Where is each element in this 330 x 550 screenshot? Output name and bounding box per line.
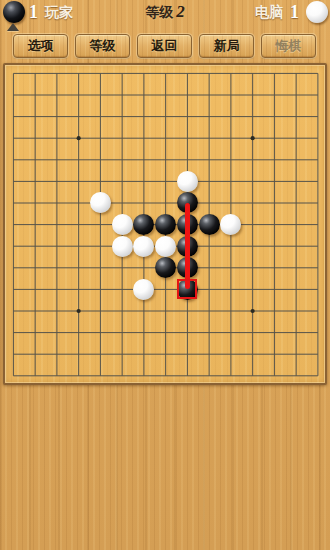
computer-score: 1 [290,1,299,23]
intersection[interactable] [68,279,90,301]
intersection[interactable] [111,279,133,301]
intersection[interactable] [111,257,133,279]
player-label: 玩家 [45,1,73,23]
intersection [111,214,133,236]
intersection[interactable] [285,192,307,214]
intersection[interactable] [177,322,199,344]
intersection[interactable] [220,149,242,171]
white-stone [112,214,133,235]
intersection[interactable] [111,192,133,214]
intersection[interactable] [242,171,264,193]
intersection[interactable] [68,214,90,236]
intersection [133,214,155,236]
white-stone [133,279,154,300]
white-stone [133,236,154,257]
intersection[interactable] [285,171,307,193]
last-move-marker [177,279,197,299]
intersection[interactable] [307,365,329,387]
intersection[interactable] [3,171,25,193]
intersection[interactable] [177,300,199,322]
intersection[interactable] [155,365,177,387]
intersection[interactable] [264,63,286,85]
intersection[interactable] [90,300,112,322]
intersection[interactable] [68,84,90,106]
intersection[interactable] [68,171,90,193]
intersection[interactable] [133,63,155,85]
intersection[interactable] [198,63,220,85]
intersection[interactable] [198,106,220,128]
intersection[interactable] [220,171,242,193]
game-screen: 1 玩家 等级2 电脑 1 选项 等级 返回 新局 悔棋 [0,0,330,550]
intersection[interactable] [285,63,307,85]
intersection[interactable] [90,84,112,106]
intersection[interactable] [90,343,112,365]
intersection[interactable] [24,300,46,322]
intersection[interactable] [264,192,286,214]
options-button[interactable]: 选项 [13,34,68,58]
white-stone [112,236,133,257]
player-score: 1 [29,1,38,23]
intersection[interactable] [220,343,242,365]
level-label: 等级 [145,4,173,20]
intersection[interactable] [242,257,264,279]
intersection[interactable] [46,84,68,106]
intersection[interactable] [198,192,220,214]
intersection[interactable] [46,235,68,257]
intersection[interactable] [24,214,46,236]
intersection[interactable] [46,257,68,279]
intersection[interactable] [198,257,220,279]
intersection[interactable] [3,257,25,279]
intersection[interactable] [90,63,112,85]
intersection[interactable] [90,235,112,257]
intersection[interactable] [285,235,307,257]
intersection[interactable] [264,300,286,322]
white-stone [220,214,241,235]
intersection[interactable] [46,63,68,85]
intersection[interactable] [220,257,242,279]
intersection[interactable] [285,300,307,322]
gomoku-board [3,63,327,385]
intersection[interactable] [242,149,264,171]
intersection[interactable] [177,365,199,387]
intersection[interactable] [68,300,90,322]
intersection[interactable] [133,343,155,365]
intersection[interactable] [285,127,307,149]
intersection[interactable] [198,322,220,344]
intersection[interactable] [220,192,242,214]
intersection[interactable] [177,106,199,128]
intersection[interactable] [177,127,199,149]
intersection[interactable] [198,171,220,193]
intersection[interactable] [3,322,25,344]
intersection[interactable] [24,149,46,171]
computer-group: 电脑 1 [255,1,328,23]
intersection[interactable] [46,279,68,301]
intersection[interactable] [90,257,112,279]
black-stone [155,257,176,278]
intersection[interactable] [242,192,264,214]
intersection [133,235,155,257]
intersection[interactable] [220,279,242,301]
intersection[interactable] [3,63,25,85]
intersection[interactable] [155,322,177,344]
intersection[interactable] [307,192,329,214]
intersection [111,235,133,257]
intersection[interactable] [133,149,155,171]
intersection[interactable] [46,343,68,365]
white-stone [177,171,198,192]
intersection[interactable] [155,192,177,214]
undo-button[interactable]: 悔棋 [261,34,316,58]
intersection[interactable] [264,235,286,257]
intersection[interactable] [264,171,286,193]
intersection[interactable] [111,63,133,85]
intersection[interactable] [24,279,46,301]
intersection[interactable] [90,322,112,344]
intersection[interactable] [242,300,264,322]
intersection[interactable] [111,343,133,365]
intersection[interactable] [155,279,177,301]
intersection[interactable] [307,235,329,257]
intersection[interactable] [111,365,133,387]
intersection[interactable] [90,171,112,193]
intersection [90,192,112,214]
intersection[interactable] [46,127,68,149]
intersection[interactable] [46,171,68,193]
intersection[interactable] [242,235,264,257]
intersection [133,279,155,301]
intersection[interactable] [242,214,264,236]
intersection[interactable] [3,300,25,322]
intersection[interactable] [307,214,329,236]
intersection[interactable] [68,365,90,387]
intersection[interactable] [220,365,242,387]
intersection[interactable] [111,106,133,128]
intersection[interactable] [90,127,112,149]
intersection[interactable] [133,322,155,344]
intersection[interactable] [307,106,329,128]
white-stone [155,236,176,257]
intersection[interactable] [133,127,155,149]
intersection[interactable] [285,214,307,236]
intersection [177,171,199,193]
intersection[interactable] [307,322,329,344]
black-stone [133,214,154,235]
intersection[interactable] [24,343,46,365]
intersection [155,214,177,236]
intersection[interactable] [46,365,68,387]
intersection[interactable] [90,106,112,128]
intersection[interactable] [24,192,46,214]
intersection[interactable] [133,84,155,106]
intersection[interactable] [285,257,307,279]
intersection[interactable] [285,322,307,344]
intersection[interactable] [3,279,25,301]
intersection[interactable] [198,84,220,106]
intersection[interactable] [155,127,177,149]
intersection[interactable] [264,214,286,236]
intersection[interactable] [90,279,112,301]
intersection[interactable] [46,322,68,344]
intersection[interactable] [68,192,90,214]
intersection[interactable] [264,322,286,344]
intersection[interactable] [307,84,329,106]
intersection[interactable] [198,235,220,257]
intersection[interactable] [307,343,329,365]
intersection[interactable] [68,149,90,171]
intersection[interactable] [111,322,133,344]
intersection[interactable] [24,63,46,85]
intersection[interactable] [198,279,220,301]
intersection[interactable] [307,257,329,279]
intersection[interactable] [68,106,90,128]
intersection[interactable] [24,171,46,193]
intersection[interactable] [220,322,242,344]
intersection[interactable] [285,84,307,106]
intersection[interactable] [111,300,133,322]
intersection[interactable] [111,171,133,193]
intersection[interactable] [68,322,90,344]
intersection[interactable] [3,192,25,214]
intersection[interactable] [3,106,25,128]
intersection[interactable] [155,84,177,106]
intersection[interactable] [24,322,46,344]
intersection[interactable] [133,171,155,193]
intersection[interactable] [242,106,264,128]
intersection[interactable] [68,63,90,85]
intersection[interactable] [68,235,90,257]
intersection[interactable] [220,235,242,257]
intersection[interactable] [155,106,177,128]
intersection[interactable] [264,365,286,387]
computer-label: 电脑 [255,1,283,23]
intersection[interactable] [198,300,220,322]
intersection [198,214,220,236]
level-value: 2 [176,2,185,21]
intersection[interactable] [242,365,264,387]
intersection[interactable] [90,214,112,236]
intersection[interactable] [242,343,264,365]
intersection[interactable] [177,63,199,85]
intersection[interactable] [68,257,90,279]
intersection[interactable] [111,127,133,149]
new-game-button[interactable]: 新局 [199,34,254,58]
black-stone [199,214,220,235]
intersection[interactable] [177,149,199,171]
intersection[interactable] [198,127,220,149]
intersection[interactable] [264,343,286,365]
intersection[interactable] [242,322,264,344]
intersection[interactable] [264,84,286,106]
white-stone [90,192,111,213]
intersection[interactable] [155,63,177,85]
intersection[interactable] [177,343,199,365]
intersection[interactable] [24,84,46,106]
intersection[interactable] [307,63,329,85]
intersection[interactable] [133,106,155,128]
win-line [185,203,190,289]
intersection[interactable] [285,365,307,387]
intersection[interactable] [111,84,133,106]
intersection [155,235,177,257]
intersection[interactable] [133,257,155,279]
intersection[interactable] [24,127,46,149]
toolbar: 选项 等级 返回 新局 悔棋 [13,34,316,58]
intersection[interactable] [264,149,286,171]
intersection[interactable] [68,343,90,365]
intersection[interactable] [242,63,264,85]
intersection[interactable] [264,279,286,301]
board-grid [3,63,329,387]
intersection[interactable] [285,343,307,365]
intersection[interactable] [220,300,242,322]
intersection[interactable] [220,84,242,106]
intersection[interactable] [220,127,242,149]
intersection[interactable] [242,84,264,106]
intersection[interactable] [155,149,177,171]
intersection[interactable] [3,214,25,236]
intersection[interactable] [90,149,112,171]
intersection[interactable] [307,300,329,322]
intersection[interactable] [3,127,25,149]
intersection[interactable] [111,149,133,171]
intersection[interactable] [133,300,155,322]
level-button[interactable]: 等级 [75,34,130,58]
intersection[interactable] [307,149,329,171]
intersection[interactable] [285,106,307,128]
intersection[interactable] [46,300,68,322]
intersection[interactable] [46,192,68,214]
player-black-stone-icon [3,1,25,23]
intersection[interactable] [242,127,264,149]
intersection[interactable] [285,279,307,301]
intersection[interactable] [3,84,25,106]
intersection[interactable] [242,279,264,301]
intersection[interactable] [198,343,220,365]
intersection[interactable] [24,257,46,279]
intersection[interactable] [220,106,242,128]
intersection[interactable] [3,149,25,171]
intersection[interactable] [46,214,68,236]
intersection[interactable] [46,149,68,171]
intersection[interactable] [285,149,307,171]
computer-white-stone-icon [306,1,328,23]
intersection [155,257,177,279]
intersection[interactable] [220,63,242,85]
intersection[interactable] [3,365,25,387]
intersection[interactable] [24,235,46,257]
intersection[interactable] [3,343,25,365]
intersection[interactable] [198,365,220,387]
intersection[interactable] [307,171,329,193]
intersection[interactable] [264,127,286,149]
intersection[interactable] [133,365,155,387]
intersection[interactable] [155,343,177,365]
turn-indicator-icon [7,23,19,31]
back-button[interactable]: 返回 [137,34,192,58]
intersection[interactable] [90,365,112,387]
intersection [220,214,242,236]
intersection[interactable] [264,257,286,279]
intersection[interactable] [3,235,25,257]
intersection[interactable] [133,192,155,214]
intersection[interactable] [155,171,177,193]
intersection[interactable] [68,127,90,149]
intersection[interactable] [307,127,329,149]
intersection[interactable] [24,106,46,128]
intersection[interactable] [264,106,286,128]
black-stone [155,214,176,235]
intersection[interactable] [307,279,329,301]
intersection[interactable] [24,365,46,387]
intersection[interactable] [155,300,177,322]
intersection[interactable] [177,84,199,106]
intersection[interactable] [46,106,68,128]
intersection[interactable] [198,149,220,171]
